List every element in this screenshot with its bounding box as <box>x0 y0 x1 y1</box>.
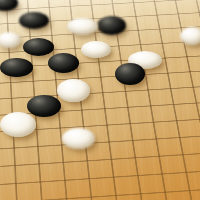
black-stone[interactable] <box>23 38 54 56</box>
white-stone[interactable] <box>62 128 95 149</box>
black-stone[interactable] <box>48 53 79 73</box>
black-stone[interactable] <box>0 0 18 11</box>
black-stone[interactable] <box>19 12 49 29</box>
white-stone[interactable] <box>57 79 90 102</box>
black-stone[interactable] <box>27 95 61 117</box>
black-stone[interactable] <box>115 63 145 85</box>
white-stone[interactable] <box>67 18 98 35</box>
white-stone[interactable] <box>180 27 200 45</box>
go-board-photo <box>0 0 200 200</box>
white-stone[interactable] <box>0 32 21 48</box>
black-stone[interactable] <box>97 16 126 35</box>
white-stone[interactable] <box>81 41 111 58</box>
white-stone[interactable] <box>0 112 36 137</box>
black-stone[interactable] <box>0 58 33 77</box>
stones-layer <box>0 0 200 200</box>
